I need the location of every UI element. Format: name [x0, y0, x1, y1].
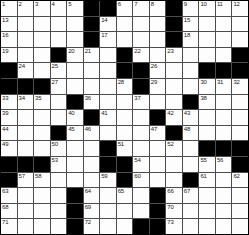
white-cell[interactable]: [183, 219, 199, 234]
clue-number: 10: [200, 1, 206, 8]
white-cell[interactable]: 45: [67, 126, 83, 141]
white-cell[interactable]: [216, 110, 232, 125]
clue-number: 46: [85, 126, 91, 133]
clue-number: 58: [35, 173, 41, 180]
white-cell[interactable]: [133, 126, 149, 141]
black-square: [18, 157, 34, 172]
clue-number: 40: [68, 110, 74, 117]
white-cell[interactable]: [117, 126, 133, 141]
black-square: [150, 188, 166, 203]
clue-number: 42: [167, 110, 173, 117]
white-cell[interactable]: [150, 48, 166, 63]
clue-number: 9: [184, 1, 187, 8]
black-square: [150, 204, 166, 219]
white-cell[interactable]: 36: [84, 95, 100, 110]
clue-number: 13: [2, 17, 8, 24]
black-square: [34, 79, 50, 94]
white-cell[interactable]: 65: [117, 188, 133, 203]
white-cell[interactable]: [100, 79, 116, 94]
black-square: [232, 141, 248, 156]
white-cell[interactable]: 57: [18, 173, 34, 188]
clue-number: 62: [233, 173, 239, 180]
white-cell[interactable]: 58: [34, 173, 50, 188]
white-cell[interactable]: [100, 204, 116, 219]
white-cell[interactable]: 7: [133, 1, 149, 16]
white-cell[interactable]: 32: [232, 79, 248, 94]
white-cell[interactable]: [133, 32, 149, 47]
black-square: [117, 157, 133, 172]
clue-number: 18: [184, 32, 190, 39]
clue-number: 59: [101, 173, 107, 180]
white-cell[interactable]: 31: [216, 79, 232, 94]
white-cell[interactable]: 54: [133, 157, 149, 172]
white-cell[interactable]: [232, 32, 248, 47]
white-cell[interactable]: 17: [100, 32, 116, 47]
clue-number: 17: [101, 32, 107, 39]
black-square: [1, 157, 17, 172]
white-cell[interactable]: [183, 48, 199, 63]
white-cell[interactable]: [18, 17, 34, 32]
white-cell[interactable]: [150, 17, 166, 32]
white-cell[interactable]: 16: [1, 32, 17, 47]
white-cell[interactable]: [34, 141, 50, 156]
black-square: [1, 79, 17, 94]
white-cell[interactable]: [199, 32, 215, 47]
clue-number: 67: [184, 188, 190, 195]
white-cell[interactable]: [166, 63, 182, 78]
white-cell[interactable]: 56: [216, 157, 232, 172]
white-cell[interactable]: [216, 204, 232, 219]
black-square: [166, 17, 182, 32]
black-square: [84, 1, 100, 16]
white-cell[interactable]: [232, 95, 248, 110]
white-cell[interactable]: 42: [166, 110, 182, 125]
clue-number: 11: [217, 1, 223, 8]
clue-number: 30: [200, 79, 206, 86]
white-cell[interactable]: [133, 204, 149, 219]
clue-number: 37: [134, 95, 140, 102]
clue-number: 15: [184, 17, 190, 24]
clue-number: 70: [167, 204, 173, 211]
white-cell[interactable]: 47: [150, 126, 166, 141]
white-cell[interactable]: [232, 17, 248, 32]
white-cell[interactable]: [150, 157, 166, 172]
white-cell[interactable]: [34, 110, 50, 125]
clue-number: 64: [85, 188, 91, 195]
white-cell[interactable]: [150, 32, 166, 47]
white-cell[interactable]: 35: [34, 95, 50, 110]
clue-number: 51: [118, 141, 124, 148]
white-cell[interactable]: [51, 219, 67, 234]
white-cell[interactable]: 24: [18, 63, 34, 78]
black-square: [150, 219, 166, 234]
white-cell[interactable]: [166, 157, 182, 172]
clue-number: 7: [134, 1, 137, 8]
white-cell[interactable]: [100, 63, 116, 78]
clue-number: 48: [184, 126, 190, 133]
black-square: [166, 126, 182, 141]
clue-number: 31: [217, 79, 223, 86]
black-square: [183, 173, 199, 188]
clue-number: 63: [2, 188, 8, 195]
white-cell[interactable]: 38: [199, 95, 215, 110]
white-cell[interactable]: [51, 17, 67, 32]
white-cell[interactable]: 30: [199, 79, 215, 94]
white-cell[interactable]: 11: [216, 1, 232, 16]
white-cell[interactable]: [216, 95, 232, 110]
white-cell[interactable]: [100, 188, 116, 203]
white-cell[interactable]: [117, 204, 133, 219]
white-cell[interactable]: [18, 219, 34, 234]
white-cell[interactable]: 1: [1, 1, 17, 16]
clue-number: 28: [118, 79, 124, 86]
clue-number: 71: [2, 219, 8, 226]
black-square: [166, 1, 182, 16]
white-cell[interactable]: [18, 204, 34, 219]
black-square: [117, 63, 133, 78]
white-cell[interactable]: [216, 219, 232, 234]
white-cell[interactable]: 3: [34, 1, 50, 16]
black-square: [100, 1, 116, 16]
black-square: [133, 79, 149, 94]
clue-number: 5: [68, 1, 71, 8]
clue-number: 66: [167, 188, 173, 195]
black-square: [183, 95, 199, 110]
clue-number: 56: [217, 157, 223, 164]
clue-number: 3: [35, 1, 38, 8]
white-cell[interactable]: 18: [183, 32, 199, 47]
white-cell[interactable]: 51: [117, 141, 133, 156]
white-cell[interactable]: [216, 126, 232, 141]
clue-number: 57: [19, 173, 25, 180]
clue-number: 53: [52, 157, 58, 164]
white-cell[interactable]: 44: [1, 126, 17, 141]
black-square: [133, 63, 149, 78]
white-cell[interactable]: 21: [84, 48, 100, 63]
white-cell[interactable]: 27: [51, 79, 67, 94]
white-cell[interactable]: 53: [51, 157, 67, 172]
black-square: [232, 48, 248, 63]
white-cell[interactable]: 64: [84, 188, 100, 203]
white-cell[interactable]: [18, 32, 34, 47]
clue-number: 35: [35, 95, 41, 102]
white-cell[interactable]: 25: [51, 63, 67, 78]
white-cell[interactable]: [232, 188, 248, 203]
white-cell[interactable]: 48: [183, 126, 199, 141]
white-cell[interactable]: 8: [150, 1, 166, 16]
clue-number: 54: [134, 157, 140, 164]
white-cell[interactable]: 39: [1, 110, 17, 125]
white-cell[interactable]: 22: [133, 48, 149, 63]
white-cell[interactable]: [150, 95, 166, 110]
white-cell[interactable]: [67, 141, 83, 156]
white-cell[interactable]: [67, 157, 83, 172]
white-cell[interactable]: [232, 110, 248, 125]
white-cell[interactable]: 67: [183, 188, 199, 203]
white-cell[interactable]: 12: [232, 1, 248, 16]
white-cell[interactable]: [100, 126, 116, 141]
white-cell[interactable]: [166, 95, 182, 110]
white-cell[interactable]: 59: [100, 173, 116, 188]
white-cell[interactable]: [34, 188, 50, 203]
white-cell[interactable]: [51, 173, 67, 188]
white-cell[interactable]: [84, 141, 100, 156]
black-square: [216, 63, 232, 78]
clue-number: 50: [52, 141, 58, 148]
white-cell[interactable]: [150, 141, 166, 156]
white-cell[interactable]: 15: [183, 17, 199, 32]
white-cell[interactable]: [117, 219, 133, 234]
black-square: [133, 219, 149, 234]
white-cell[interactable]: [199, 126, 215, 141]
white-cell[interactable]: [117, 32, 133, 47]
white-cell[interactable]: 19: [1, 48, 17, 63]
white-cell[interactable]: 62: [232, 173, 248, 188]
white-cell[interactable]: 52: [166, 141, 182, 156]
clue-number: 22: [134, 48, 140, 55]
black-square: [67, 219, 83, 234]
white-cell[interactable]: 63: [1, 188, 17, 203]
clue-number: 69: [85, 204, 91, 211]
white-cell[interactable]: [84, 173, 100, 188]
clue-number: 72: [85, 219, 91, 226]
clue-number: 25: [52, 63, 58, 70]
white-cell[interactable]: 33: [1, 95, 17, 110]
white-cell[interactable]: 4: [51, 1, 67, 16]
white-cell[interactable]: 34: [18, 95, 34, 110]
white-cell[interactable]: [34, 17, 50, 32]
white-cell[interactable]: [67, 79, 83, 94]
white-cell[interactable]: 14: [100, 17, 116, 32]
white-cell[interactable]: [216, 173, 232, 188]
clue-number: 38: [200, 95, 206, 102]
white-cell[interactable]: [183, 63, 199, 78]
black-square: [117, 48, 133, 63]
clue-number: 43: [184, 110, 190, 117]
black-square: [199, 141, 215, 156]
clue-number: 27: [52, 79, 58, 86]
white-cell[interactable]: 43: [183, 110, 199, 125]
clue-number: 24: [19, 63, 25, 70]
white-cell[interactable]: [34, 48, 50, 63]
clue-number: 47: [151, 126, 157, 133]
black-square: [84, 17, 100, 32]
white-cell[interactable]: [232, 126, 248, 141]
white-cell[interactable]: 46: [84, 126, 100, 141]
black-square: [84, 110, 100, 125]
white-cell[interactable]: 10: [199, 1, 215, 16]
white-cell[interactable]: [166, 79, 182, 94]
clue-number: 49: [2, 141, 8, 148]
white-cell[interactable]: [166, 173, 182, 188]
white-cell[interactable]: [117, 110, 133, 125]
white-cell[interactable]: [216, 188, 232, 203]
white-cell[interactable]: [199, 204, 215, 219]
white-cell[interactable]: [133, 110, 149, 125]
white-cell[interactable]: 50: [51, 141, 67, 156]
white-cell[interactable]: [51, 95, 67, 110]
white-cell[interactable]: [51, 110, 67, 125]
clue-number: 2: [19, 1, 22, 8]
clue-number: 20: [68, 48, 74, 55]
clue-number: 52: [167, 141, 173, 148]
white-cell[interactable]: [133, 188, 149, 203]
clue-number: 4: [52, 1, 55, 8]
clue-number: 61: [200, 173, 206, 180]
white-cell[interactable]: 9: [183, 1, 199, 16]
black-square: [1, 63, 17, 78]
white-cell[interactable]: 13: [1, 17, 17, 32]
clue-number: 16: [2, 32, 8, 39]
clue-number: 55: [200, 157, 206, 164]
white-cell[interactable]: 73: [166, 219, 182, 234]
white-cell[interactable]: [84, 63, 100, 78]
white-cell[interactable]: [18, 110, 34, 125]
white-cell[interactable]: 72: [84, 219, 100, 234]
white-cell[interactable]: 23: [166, 48, 182, 63]
white-cell[interactable]: [67, 17, 83, 32]
white-cell[interactable]: [34, 126, 50, 141]
clue-number: 44: [2, 126, 8, 133]
black-square: [100, 141, 116, 156]
clue-number: 8: [151, 1, 154, 8]
black-square: [1, 173, 17, 188]
clue-number: 26: [151, 63, 157, 70]
clue-number: 32: [233, 79, 239, 86]
white-cell[interactable]: [133, 17, 149, 32]
clue-number: 34: [19, 95, 25, 102]
white-cell[interactable]: [51, 188, 67, 203]
white-cell[interactable]: [18, 48, 34, 63]
white-cell[interactable]: 71: [1, 219, 17, 234]
clue-number: 12: [233, 1, 239, 8]
clue-number: 21: [85, 48, 91, 55]
black-square: [18, 79, 34, 94]
white-cell[interactable]: 55: [199, 157, 215, 172]
white-cell[interactable]: 69: [84, 204, 100, 219]
white-cell[interactable]: [199, 188, 215, 203]
clue-number: 41: [101, 110, 107, 117]
white-cell[interactable]: 29: [150, 79, 166, 94]
clue-number: 19: [2, 48, 8, 55]
white-cell[interactable]: [183, 204, 199, 219]
black-square: [216, 141, 232, 156]
white-cell[interactable]: [67, 32, 83, 47]
white-cell[interactable]: 5: [67, 1, 83, 16]
white-cell[interactable]: [133, 141, 149, 156]
clue-number: 73: [167, 219, 173, 226]
white-cell[interactable]: [183, 157, 199, 172]
white-cell[interactable]: 61: [199, 173, 215, 188]
black-square: [67, 204, 83, 219]
white-cell[interactable]: 66: [166, 188, 182, 203]
white-cell[interactable]: [84, 79, 100, 94]
black-square: [34, 157, 50, 172]
white-cell[interactable]: [34, 204, 50, 219]
clue-number: 33: [2, 95, 8, 102]
white-cell[interactable]: 6: [117, 1, 133, 16]
white-cell[interactable]: [100, 48, 116, 63]
black-square: [100, 157, 116, 172]
black-square: [51, 48, 67, 63]
white-cell[interactable]: [51, 204, 67, 219]
white-cell[interactable]: 20: [67, 48, 83, 63]
white-cell[interactable]: [199, 48, 215, 63]
white-cell[interactable]: [199, 219, 215, 234]
white-cell[interactable]: [67, 63, 83, 78]
black-square: [232, 63, 248, 78]
white-cell[interactable]: [117, 95, 133, 110]
black-square: [232, 157, 248, 172]
clue-number: 65: [118, 188, 124, 195]
black-square: [199, 63, 215, 78]
white-cell[interactable]: [117, 17, 133, 32]
clue-number: 29: [151, 79, 157, 86]
white-cell[interactable]: [150, 173, 166, 188]
white-cell[interactable]: [100, 95, 116, 110]
clue-number: 23: [167, 48, 173, 55]
crossword-board: 1234567891011121314151617181920212223242…: [0, 0, 249, 235]
clue-number: 39: [2, 110, 8, 117]
white-cell[interactable]: [100, 219, 116, 234]
clue-number: 60: [134, 173, 140, 180]
white-cell[interactable]: [216, 17, 232, 32]
clue-number: 14: [101, 17, 107, 24]
white-cell[interactable]: [199, 17, 215, 32]
black-square: [67, 188, 83, 203]
white-cell[interactable]: [199, 110, 215, 125]
white-cell[interactable]: 70: [166, 204, 182, 219]
white-cell[interactable]: 41: [100, 110, 116, 125]
white-cell[interactable]: 40: [67, 110, 83, 125]
clue-number: 1: [2, 1, 5, 8]
white-cell[interactable]: [232, 219, 248, 234]
white-cell[interactable]: [34, 63, 50, 78]
white-cell[interactable]: [34, 32, 50, 47]
white-cell[interactable]: [232, 204, 248, 219]
white-cell[interactable]: 26: [150, 63, 166, 78]
white-cell[interactable]: 2: [18, 1, 34, 16]
white-cell[interactable]: [216, 48, 232, 63]
white-cell[interactable]: 49: [1, 141, 17, 156]
clue-number: 36: [85, 95, 91, 102]
crossword-grid: 1234567891011121314151617181920212223242…: [0, 0, 249, 235]
clue-number: 45: [68, 126, 74, 133]
black-square: [150, 110, 166, 125]
white-cell[interactable]: [67, 173, 83, 188]
white-cell[interactable]: [51, 32, 67, 47]
white-cell[interactable]: 28: [117, 79, 133, 94]
clue-number: 68: [2, 204, 8, 211]
white-cell[interactable]: [183, 141, 199, 156]
black-square: [84, 32, 100, 47]
white-cell[interactable]: [18, 141, 34, 156]
white-cell[interactable]: 37: [133, 95, 149, 110]
white-cell[interactable]: [18, 188, 34, 203]
black-square: [51, 126, 67, 141]
black-square: [117, 173, 133, 188]
clue-number: 6: [118, 1, 121, 8]
white-cell[interactable]: [183, 79, 199, 94]
white-cell[interactable]: [216, 32, 232, 47]
white-cell[interactable]: 60: [133, 173, 149, 188]
white-cell[interactable]: [18, 126, 34, 141]
white-cell[interactable]: [34, 219, 50, 234]
black-square: [166, 32, 182, 47]
black-square: [67, 95, 83, 110]
white-cell[interactable]: [84, 157, 100, 172]
white-cell[interactable]: 68: [1, 204, 17, 219]
